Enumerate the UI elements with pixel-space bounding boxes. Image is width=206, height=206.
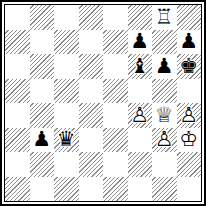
black-king: ♚♚: [177, 54, 202, 79]
square-b6[interactable]: [30, 54, 55, 79]
square-a2[interactable]: [5, 152, 30, 177]
square-f4[interactable]: ♟♙: [128, 103, 153, 128]
square-f5[interactable]: [128, 79, 153, 104]
square-d5[interactable]: [79, 79, 104, 104]
square-g4[interactable]: ♛♕: [152, 103, 177, 128]
chess-board: ♜♖♟♟♟♟♝♝♟♟♚♚♟♙♛♕♟♙♟♟♛♛♟♙♚♔: [4, 4, 202, 202]
square-e1[interactable]: [103, 177, 128, 202]
square-b1[interactable]: [30, 177, 55, 202]
square-d6[interactable]: [79, 54, 104, 79]
square-e6[interactable]: [103, 54, 128, 79]
square-a8[interactable]: [5, 5, 30, 30]
square-c8[interactable]: [54, 5, 79, 30]
square-f3[interactable]: [128, 128, 153, 153]
black-queen: ♛♛: [54, 128, 79, 153]
white-pawn: ♟♙: [152, 128, 177, 153]
square-d7[interactable]: [79, 30, 104, 55]
white-rook: ♜♖: [152, 5, 177, 30]
white-pawn: ♟♙: [128, 103, 153, 128]
square-c1[interactable]: [54, 177, 79, 202]
square-c4[interactable]: [54, 103, 79, 128]
square-h3[interactable]: ♚♔: [177, 128, 202, 153]
square-d4[interactable]: [79, 103, 104, 128]
square-h6[interactable]: ♚♚: [177, 54, 202, 79]
square-f2[interactable]: [128, 152, 153, 177]
square-b4[interactable]: [30, 103, 55, 128]
square-c6[interactable]: [54, 54, 79, 79]
square-g2[interactable]: [152, 152, 177, 177]
square-h2[interactable]: [177, 152, 202, 177]
square-e7[interactable]: [103, 30, 128, 55]
square-h4[interactable]: ♟♙: [177, 103, 202, 128]
square-b2[interactable]: [30, 152, 55, 177]
square-g5[interactable]: [152, 79, 177, 104]
square-b8[interactable]: [30, 5, 55, 30]
square-f8[interactable]: [128, 5, 153, 30]
square-d1[interactable]: [79, 177, 104, 202]
square-d3[interactable]: [79, 128, 104, 153]
square-b7[interactable]: [30, 30, 55, 55]
square-f1[interactable]: [128, 177, 153, 202]
square-c3[interactable]: ♛♛: [54, 128, 79, 153]
square-e4[interactable]: [103, 103, 128, 128]
square-h7[interactable]: ♟♟: [177, 30, 202, 55]
square-e3[interactable]: [103, 128, 128, 153]
square-d8[interactable]: [79, 5, 104, 30]
square-e5[interactable]: [103, 79, 128, 104]
square-e8[interactable]: [103, 5, 128, 30]
square-f6[interactable]: ♝♝: [128, 54, 153, 79]
square-e2[interactable]: [103, 152, 128, 177]
square-g6[interactable]: ♟♟: [152, 54, 177, 79]
square-g3[interactable]: ♟♙: [152, 128, 177, 153]
square-a5[interactable]: [5, 79, 30, 104]
black-pawn: ♟♟: [30, 128, 55, 153]
square-h8[interactable]: [177, 5, 202, 30]
square-c2[interactable]: [54, 152, 79, 177]
white-pawn: ♟♙: [177, 103, 202, 128]
white-king: ♚♔: [177, 128, 202, 153]
square-h5[interactable]: [177, 79, 202, 104]
square-c7[interactable]: [54, 30, 79, 55]
square-d2[interactable]: [79, 152, 104, 177]
square-g8[interactable]: ♜♖: [152, 5, 177, 30]
black-pawn: ♟♟: [152, 54, 177, 79]
square-a6[interactable]: [5, 54, 30, 79]
square-a4[interactable]: [5, 103, 30, 128]
square-h1[interactable]: [177, 177, 202, 202]
square-c5[interactable]: [54, 79, 79, 104]
square-b5[interactable]: [30, 79, 55, 104]
board-frame: ♜♖♟♟♟♟♝♝♟♟♚♚♟♙♛♕♟♙♟♟♛♛♟♙♚♔: [0, 0, 206, 206]
black-pawn: ♟♟: [128, 30, 153, 55]
black-pawn: ♟♟: [177, 30, 202, 55]
square-a3[interactable]: [5, 128, 30, 153]
square-f7[interactable]: ♟♟: [128, 30, 153, 55]
black-bishop: ♝♝: [128, 54, 153, 79]
square-g7[interactable]: [152, 30, 177, 55]
square-b3[interactable]: ♟♟: [30, 128, 55, 153]
white-queen: ♛♕: [152, 103, 177, 128]
square-a1[interactable]: [5, 177, 30, 202]
square-g1[interactable]: [152, 177, 177, 202]
square-a7[interactable]: [5, 30, 30, 55]
